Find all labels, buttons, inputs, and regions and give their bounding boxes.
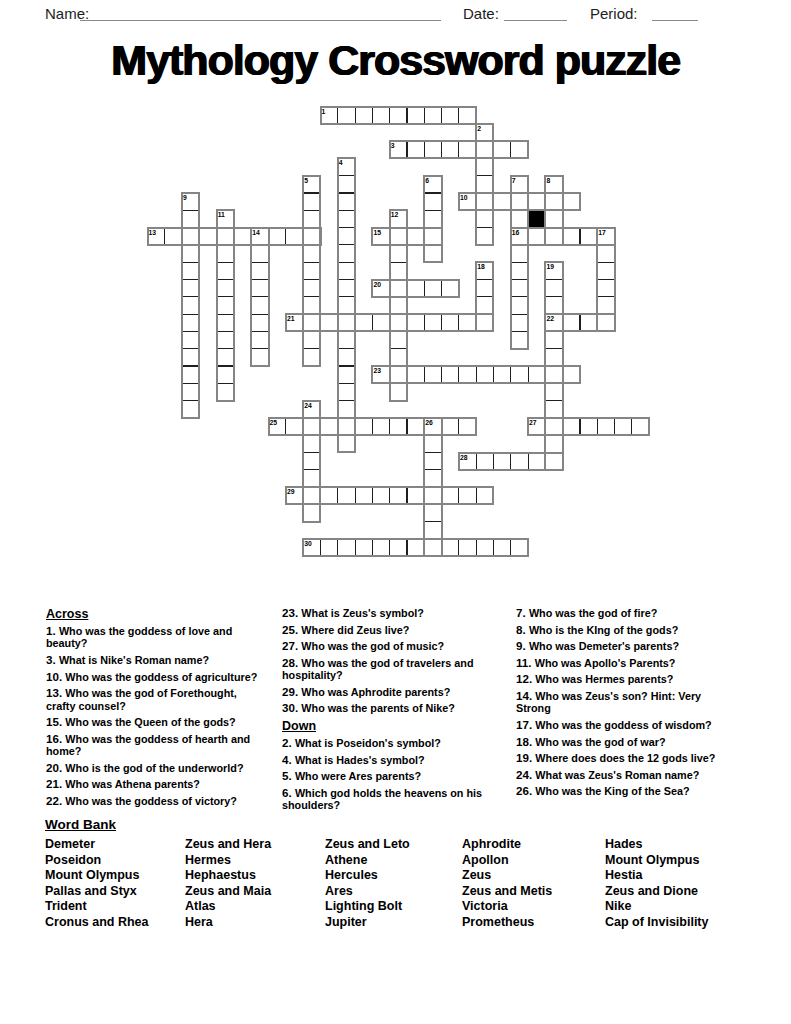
grid-cell bbox=[303, 417, 321, 435]
down-heading: Down bbox=[282, 719, 494, 733]
word-bank-heading: Word Bank bbox=[45, 817, 763, 832]
grid-cell bbox=[614, 417, 632, 435]
word-bank-item: Hestia bbox=[605, 868, 763, 884]
grid-cell bbox=[580, 417, 598, 435]
period-blank-line bbox=[652, 3, 698, 21]
grid-cell bbox=[251, 331, 269, 349]
grid-cell bbox=[355, 106, 373, 124]
clue-number-label: 12. bbox=[516, 672, 535, 685]
word-bank-item: Zeus and Metis bbox=[462, 884, 605, 900]
word-bank-item: Cap of Invisibility bbox=[605, 915, 763, 931]
clue-number-label: 19. bbox=[516, 751, 535, 764]
clue-item-down-9: 9. Who was Demeter's parents? bbox=[516, 640, 736, 652]
grid-cell bbox=[510, 262, 528, 280]
grid-cell bbox=[182, 366, 200, 384]
grid-cell bbox=[337, 106, 355, 124]
grid-cell bbox=[182, 279, 200, 297]
clue-number-label: 7. bbox=[516, 606, 529, 619]
grid-cell bbox=[562, 417, 580, 435]
grid-cell bbox=[251, 296, 269, 314]
word-bank-item: Trident bbox=[45, 899, 185, 915]
grid-cell bbox=[476, 314, 494, 332]
grid-cell bbox=[389, 366, 407, 384]
clue-item-across-29: 29. Who was Aphrodite parents? bbox=[282, 686, 494, 698]
grid-cell bbox=[528, 366, 546, 384]
grid-cell bbox=[407, 279, 425, 297]
grid-cell bbox=[441, 141, 459, 159]
clue-number-label: 17. bbox=[516, 718, 535, 731]
cell-number: 3 bbox=[391, 142, 395, 149]
word-bank: Word Bank DemeterPoseidonMount OlympusPa… bbox=[45, 817, 763, 931]
grid-cell bbox=[458, 314, 476, 332]
grid-cell bbox=[216, 348, 234, 366]
grid-cell bbox=[303, 435, 321, 453]
cell-number: 21 bbox=[287, 315, 295, 322]
grid-cell bbox=[303, 296, 321, 314]
page-title: Mythology Crossword puzzle bbox=[0, 36, 791, 85]
grid-cell bbox=[216, 296, 234, 314]
grid-cell bbox=[441, 539, 459, 557]
clue-number-label: 18. bbox=[516, 735, 535, 748]
clue-number-label: 27. bbox=[282, 639, 301, 652]
grid-cell bbox=[597, 244, 615, 262]
grid-cell bbox=[510, 141, 528, 159]
grid-cell bbox=[337, 331, 355, 349]
cell-number: 20 bbox=[373, 281, 381, 288]
grid-cell bbox=[337, 539, 355, 557]
grid-cell bbox=[476, 227, 494, 245]
clue-number-label: 22. bbox=[46, 794, 65, 807]
grid-cell bbox=[424, 366, 442, 384]
grid-cell bbox=[216, 383, 234, 401]
clue-item-down-17: 17. Who was the goddess of wisdom? bbox=[516, 719, 736, 731]
clue-number-label: 9. bbox=[516, 639, 529, 652]
grid-cell bbox=[580, 314, 598, 332]
grid-cell bbox=[562, 227, 580, 245]
cell-number: 23 bbox=[373, 367, 381, 374]
cell-number: 1 bbox=[322, 108, 326, 115]
grid-cell bbox=[424, 106, 442, 124]
grid-cell bbox=[337, 193, 355, 211]
grid-cell bbox=[337, 348, 355, 366]
cell-number: 14 bbox=[252, 229, 260, 236]
grid-cell bbox=[337, 175, 355, 193]
clue-number-label: 26. bbox=[516, 784, 535, 797]
grid-cell bbox=[424, 141, 442, 159]
clue-item-down-18: 18. Who was the god of war? bbox=[516, 736, 736, 748]
grid-cell bbox=[493, 539, 511, 557]
clue-column-3: 7. Who was the god of fire?8. Who is the… bbox=[516, 607, 736, 802]
clue-item-down-14: 14. Who was Zeus's son? Hint: Very Stron… bbox=[516, 690, 736, 715]
grid-cell bbox=[389, 106, 407, 124]
grid-cell bbox=[337, 262, 355, 280]
grid-cell bbox=[424, 504, 442, 522]
clue-item-down-5: 5. Who were Ares parents? bbox=[282, 770, 494, 782]
grid-cell bbox=[545, 296, 563, 314]
clue-item-down-6: 6. Which god holds the heavens on his sh… bbox=[282, 787, 494, 812]
grid-cell bbox=[545, 400, 563, 418]
clue-item-across-25: 25. Where did Zeus live? bbox=[282, 624, 494, 636]
grid-cell bbox=[389, 348, 407, 366]
grid-cell bbox=[424, 452, 442, 470]
clue-number-label: 25. bbox=[282, 623, 301, 636]
clue-column-2: 23. What is Zeus's symbol?25. Where did … bbox=[282, 607, 494, 816]
grid-cell bbox=[337, 279, 355, 297]
grid-cell bbox=[545, 210, 563, 228]
cell-number: 24 bbox=[304, 402, 312, 409]
cell-number: 18 bbox=[477, 263, 485, 270]
clue-number-label: 28. bbox=[282, 656, 301, 669]
grid-cell bbox=[510, 296, 528, 314]
clue-number-label: 24. bbox=[516, 768, 535, 781]
grid-cell bbox=[493, 141, 511, 159]
cell-number: 15 bbox=[373, 229, 381, 236]
clue-item-across-10: 10. Who was the goddess of agriculture? bbox=[46, 671, 258, 683]
word-bank-grid: DemeterPoseidonMount OlympusPallas and S… bbox=[45, 837, 763, 931]
clue-number-label: 13. bbox=[46, 686, 65, 699]
cell-number: 11 bbox=[218, 211, 225, 218]
grid-cell bbox=[476, 487, 494, 505]
grid-cell bbox=[355, 314, 373, 332]
clue-item-across-21: 21. Who was Athena parents? bbox=[46, 778, 258, 790]
grid-cell bbox=[320, 417, 338, 435]
grid-cell bbox=[372, 106, 390, 124]
grid-cell bbox=[337, 487, 355, 505]
grid-cell bbox=[303, 331, 321, 349]
grid-cell bbox=[597, 279, 615, 297]
grid-cell bbox=[303, 504, 321, 522]
grid-cell bbox=[424, 227, 442, 245]
grid-cell bbox=[424, 210, 442, 228]
grid-cell bbox=[528, 227, 546, 245]
grid-cell bbox=[355, 487, 373, 505]
grid-cell bbox=[562, 314, 580, 332]
clue-item-down-7: 7. Who was the god of fire? bbox=[516, 607, 736, 619]
grid-cell bbox=[597, 417, 615, 435]
grid-cell bbox=[182, 210, 200, 228]
clue-column-1: Across1. Who was the goddess of love and… bbox=[46, 607, 258, 812]
grid-cell bbox=[182, 244, 200, 262]
word-bank-item: Hades bbox=[605, 837, 763, 853]
grid-cell bbox=[407, 227, 425, 245]
grid-cell bbox=[182, 383, 200, 401]
clue-number-label: 20. bbox=[46, 761, 65, 774]
across-heading: Across bbox=[46, 607, 258, 621]
grid-cell bbox=[199, 227, 217, 245]
grid-cell bbox=[182, 296, 200, 314]
cell-number: 30 bbox=[304, 540, 312, 547]
grid-cell bbox=[251, 314, 269, 332]
grid-cell bbox=[493, 452, 511, 470]
grid-cell bbox=[424, 487, 442, 505]
cell-number: 27 bbox=[529, 419, 537, 426]
grid-cell bbox=[476, 279, 494, 297]
grid-cell bbox=[337, 400, 355, 418]
cell-number: 16 bbox=[512, 229, 520, 236]
word-bank-item: Hercules bbox=[325, 868, 462, 884]
grid-cell bbox=[580, 227, 598, 245]
grid-cell bbox=[545, 383, 563, 401]
grid-cell bbox=[510, 244, 528, 262]
clue-number-label: 10. bbox=[46, 670, 65, 683]
grid-cell bbox=[510, 331, 528, 349]
grid-cell bbox=[320, 539, 338, 557]
grid-cell bbox=[476, 141, 494, 159]
grid-cell bbox=[355, 417, 373, 435]
grid-cell bbox=[545, 417, 563, 435]
grid-cell bbox=[545, 193, 563, 211]
cell-number: 28 bbox=[460, 454, 468, 461]
word-bank-item: Cronus and Rhea bbox=[45, 915, 185, 931]
cell-number: 9 bbox=[183, 194, 187, 201]
grid-cell bbox=[303, 452, 321, 470]
grid-cell bbox=[545, 279, 563, 297]
word-bank-item: Athene bbox=[325, 853, 462, 869]
grid-cell bbox=[493, 366, 511, 384]
grid-cell bbox=[528, 452, 546, 470]
clue-number-label: 29. bbox=[282, 685, 301, 698]
grid-cell bbox=[407, 314, 425, 332]
grid-cell bbox=[545, 452, 563, 470]
grid-cell bbox=[182, 400, 200, 418]
clue-number-label: 3. bbox=[46, 653, 59, 666]
cell-number: 10 bbox=[460, 194, 468, 201]
grid-cell bbox=[320, 487, 338, 505]
grid-cell bbox=[372, 314, 390, 332]
grid-cell bbox=[216, 331, 234, 349]
grid-cell bbox=[441, 417, 459, 435]
grid-cell bbox=[216, 314, 234, 332]
clue-item-across-27: 27. Who was the god of music? bbox=[282, 640, 494, 652]
grid-cell bbox=[510, 314, 528, 332]
grid-cell bbox=[493, 193, 511, 211]
clue-item-down-24: 24. What was Zeus's Roman name? bbox=[516, 769, 736, 781]
grid-cell bbox=[562, 366, 580, 384]
word-bank-item: Zeus and Hera bbox=[185, 837, 325, 853]
word-bank-item: Mount Olympus bbox=[45, 868, 185, 884]
clue-item-across-16: 16. Who was the goddess of hearth and ho… bbox=[46, 733, 258, 758]
grid-cell bbox=[545, 435, 563, 453]
grid-cell bbox=[303, 210, 321, 228]
black-cell bbox=[528, 210, 545, 227]
grid-cell bbox=[251, 262, 269, 280]
grid-cell bbox=[424, 193, 442, 211]
grid-cell bbox=[389, 314, 407, 332]
grid-cell bbox=[476, 158, 494, 176]
grid-cell bbox=[441, 106, 459, 124]
grid-cell bbox=[424, 521, 442, 539]
grid-cell bbox=[303, 314, 321, 332]
grid-cell bbox=[285, 417, 303, 435]
clue-item-across-15: 15. Who was the Queen of the gods? bbox=[46, 716, 258, 728]
grid-cell bbox=[424, 539, 442, 557]
grid-cell bbox=[510, 452, 528, 470]
grid-cell bbox=[424, 279, 442, 297]
clue-number-label: 16. bbox=[46, 732, 65, 745]
grid-cell bbox=[424, 435, 442, 453]
cell-number: 25 bbox=[270, 419, 278, 426]
grid-cell bbox=[182, 348, 200, 366]
word-bank-item: Ares bbox=[325, 884, 462, 900]
grid-cell bbox=[597, 262, 615, 280]
grid-cell bbox=[441, 314, 459, 332]
clue-item-across-28: 28. Who was the god of travelers and hos… bbox=[282, 657, 494, 682]
grid-cell bbox=[476, 452, 494, 470]
grid-cell bbox=[337, 227, 355, 245]
grid-cell bbox=[182, 331, 200, 349]
cell-number: 13 bbox=[149, 229, 157, 236]
grid-cell bbox=[234, 227, 252, 245]
grid-cell bbox=[545, 348, 563, 366]
grid-cell bbox=[407, 417, 425, 435]
grid-cell bbox=[597, 296, 615, 314]
grid-cell bbox=[182, 262, 200, 280]
word-bank-item: Poseidon bbox=[45, 853, 185, 869]
grid-cell bbox=[337, 417, 355, 435]
grid-cell bbox=[355, 539, 373, 557]
grid-cell bbox=[631, 417, 649, 435]
grid-cell bbox=[424, 314, 442, 332]
grid-cell bbox=[545, 366, 563, 384]
grid-cell bbox=[389, 383, 407, 401]
clue-item-down-12: 12. Who was Hermes parents? bbox=[516, 673, 736, 685]
grid-cell bbox=[337, 314, 355, 332]
word-bank-item: Zeus and Dione bbox=[605, 884, 763, 900]
grid-cell bbox=[389, 244, 407, 262]
word-bank-item: Nike bbox=[605, 899, 763, 915]
word-bank-item: Prometheus bbox=[462, 915, 605, 931]
cell-number: 12 bbox=[391, 211, 399, 218]
grid-cell bbox=[303, 279, 321, 297]
grid-cell bbox=[458, 417, 476, 435]
word-bank-item: Hephaestus bbox=[185, 868, 325, 884]
clue-item-across-30: 30. Who was the parents of Nike? bbox=[282, 702, 494, 714]
grid-cell bbox=[476, 175, 494, 193]
grid-cell bbox=[510, 279, 528, 297]
grid-cell bbox=[372, 417, 390, 435]
grid-cell bbox=[216, 366, 234, 384]
clue-item-down-8: 8. Who is the KIng of the gods? bbox=[516, 624, 736, 636]
cell-number: 19 bbox=[546, 263, 554, 270]
word-bank-item: Aphrodite bbox=[462, 837, 605, 853]
clue-item-across-3: 3. What is Nike's Roman name? bbox=[46, 654, 258, 666]
grid-cell bbox=[476, 210, 494, 228]
grid-cell bbox=[458, 366, 476, 384]
word-bank-item: Hermes bbox=[185, 853, 325, 869]
cell-number: 2 bbox=[477, 125, 481, 132]
grid-cell bbox=[268, 227, 286, 245]
clue-number-label: 8. bbox=[516, 623, 529, 636]
grid-cell bbox=[372, 539, 390, 557]
clue-item-across-23: 23. What is Zeus's symbol? bbox=[282, 607, 494, 619]
grid-cell bbox=[458, 539, 476, 557]
grid-cell bbox=[458, 106, 476, 124]
grid-cell bbox=[389, 539, 407, 557]
word-bank-item: Jupiter bbox=[325, 915, 462, 931]
grid-cell bbox=[389, 279, 407, 297]
grid-cell bbox=[389, 227, 407, 245]
grid-cell bbox=[407, 106, 425, 124]
grid-cell bbox=[337, 210, 355, 228]
clue-number-label: 14. bbox=[516, 689, 535, 702]
grid-cell bbox=[216, 227, 234, 245]
grid-cell bbox=[407, 539, 425, 557]
grid-cell bbox=[216, 279, 234, 297]
grid-cell bbox=[545, 227, 563, 245]
grid-cell bbox=[389, 331, 407, 349]
grid-cell bbox=[303, 193, 321, 211]
grid-cell bbox=[441, 366, 459, 384]
clue-number-label: 2. bbox=[282, 736, 295, 749]
cell-number: 26 bbox=[425, 419, 433, 426]
clue-item-across-13: 13. Who was the god of Forethought, craf… bbox=[46, 687, 258, 712]
cell-number: 29 bbox=[287, 488, 295, 495]
grid-cell bbox=[372, 487, 390, 505]
clue-number-label: 5. bbox=[282, 769, 295, 782]
grid-cell bbox=[424, 244, 442, 262]
grid-cell bbox=[337, 383, 355, 401]
clue-item-across-22: 22. Who was the goddess of victory? bbox=[46, 795, 258, 807]
grid-cell bbox=[424, 469, 442, 487]
grid-cell bbox=[303, 244, 321, 262]
word-bank-item: Victoria bbox=[462, 899, 605, 915]
grid-cell bbox=[320, 314, 338, 332]
cell-number: 6 bbox=[425, 177, 429, 184]
grid-cell bbox=[337, 244, 355, 262]
clue-number-label: 30. bbox=[282, 701, 301, 714]
cell-number: 8 bbox=[546, 177, 550, 184]
grid-cell bbox=[407, 366, 425, 384]
grid-cell bbox=[545, 331, 563, 349]
grid-cell bbox=[389, 296, 407, 314]
grid-cell bbox=[389, 417, 407, 435]
clue-item-down-2: 2. What is Poseidon's symbol? bbox=[282, 737, 494, 749]
grid-cell bbox=[251, 244, 269, 262]
grid-cell bbox=[562, 193, 580, 211]
clue-item-down-19: 19. Where does does the 12 gods live? bbox=[516, 752, 736, 764]
clue-number-label: 4. bbox=[282, 753, 295, 766]
grid-cell bbox=[216, 262, 234, 280]
grid-cell bbox=[182, 314, 200, 332]
clue-item-across-1: 1. Who was the goddess of love and beaut… bbox=[46, 625, 258, 650]
grid-cell bbox=[510, 539, 528, 557]
word-bank-item: Atlas bbox=[185, 899, 325, 915]
clue-number-label: 1. bbox=[46, 624, 59, 637]
grid-cell bbox=[251, 348, 269, 366]
grid-cell bbox=[510, 366, 528, 384]
word-bank-item: Mount Olympus bbox=[605, 853, 763, 869]
cell-number: 4 bbox=[339, 159, 343, 166]
word-bank-item: Pallas and Styx bbox=[45, 884, 185, 900]
grid-cell bbox=[182, 227, 200, 245]
clue-number-label: 15. bbox=[46, 715, 65, 728]
grid-cell bbox=[476, 366, 494, 384]
crossword-grid: 1310131516202122232527282930245678911121… bbox=[147, 106, 650, 557]
date-label: Date: bbox=[463, 5, 499, 22]
word-bank-item: Lighting Bolt bbox=[325, 899, 462, 915]
grid-cell bbox=[407, 141, 425, 159]
grid-cell bbox=[389, 262, 407, 280]
cell-number: 17 bbox=[598, 229, 606, 236]
clue-number-label: 21. bbox=[46, 777, 65, 790]
word-bank-item: Demeter bbox=[45, 837, 185, 853]
grid-cell bbox=[407, 487, 425, 505]
grid-cell bbox=[441, 279, 459, 297]
grid-cell bbox=[476, 539, 494, 557]
grid-cell bbox=[303, 227, 321, 245]
clue-item-down-11: 11. Who was Apollo's Parents? bbox=[516, 657, 736, 669]
word-bank-item: Hera bbox=[185, 915, 325, 931]
